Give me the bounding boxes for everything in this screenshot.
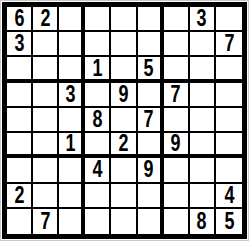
cell-r8c2[interactable]: [33, 184, 59, 209]
cell-r4c4[interactable]: [85, 83, 111, 108]
cell-r2c8[interactable]: [190, 32, 216, 57]
given-digit: 1: [92, 57, 102, 79]
cell-r9c2[interactable]: 7: [33, 209, 59, 234]
cell-r7c2[interactable]: [33, 158, 59, 183]
given-digit: 7: [171, 83, 181, 106]
given-digit: 8: [197, 210, 207, 233]
cell-r2c3[interactable]: [59, 32, 85, 57]
cell-r8c5[interactable]: [111, 184, 137, 209]
cell-r9c8[interactable]: 8: [190, 209, 216, 234]
given-digit: 5: [224, 210, 234, 233]
given-digit: 1: [65, 133, 75, 155]
cell-r6c3[interactable]: 1: [59, 133, 85, 158]
cell-r3c4[interactable]: 1: [85, 57, 111, 82]
given-digit: 8: [92, 108, 102, 131]
cell-r5c9[interactable]: [216, 108, 242, 133]
cell-r3c2[interactable]: [33, 57, 59, 82]
cell-r2c7[interactable]: [164, 32, 190, 57]
cell-r1c9[interactable]: [216, 7, 242, 32]
cell-r1c4[interactable]: [85, 7, 111, 32]
cell-r9c9[interactable]: 5: [216, 209, 242, 234]
cell-r8c3[interactable]: [59, 184, 85, 209]
cell-r4c1[interactable]: [7, 83, 33, 108]
cell-r7c8[interactable]: [190, 158, 216, 183]
cell-r8c8[interactable]: [190, 184, 216, 209]
given-digit: 3: [65, 83, 75, 106]
given-digit: 5: [144, 57, 154, 79]
cell-r3c1[interactable]: [7, 57, 33, 82]
cell-r8c6[interactable]: [138, 184, 164, 209]
given-digit: 3: [14, 32, 24, 55]
cell-r6c2[interactable]: [33, 133, 59, 158]
cell-r9c4[interactable]: [85, 209, 111, 234]
cell-r5c2[interactable]: [33, 108, 59, 133]
cell-r9c7[interactable]: [164, 209, 190, 234]
cell-r4c6[interactable]: [138, 83, 164, 108]
cell-r3c6[interactable]: 5: [138, 57, 164, 82]
cell-r2c6[interactable]: [138, 32, 164, 57]
sudoku-board: 6233715397871294924785: [2, 2, 247, 239]
given-digit: 6: [14, 7, 24, 30]
cell-r2c2[interactable]: [33, 32, 59, 57]
cell-r5c6[interactable]: 7: [138, 108, 164, 133]
cell-r3c9[interactable]: [216, 57, 242, 82]
cell-r9c6[interactable]: [138, 209, 164, 234]
cell-r5c7[interactable]: [164, 108, 190, 133]
cell-r6c4[interactable]: [85, 133, 111, 158]
cell-r1c1[interactable]: 6: [7, 7, 33, 32]
cell-r9c3[interactable]: [59, 209, 85, 234]
sudoku-screenshot: 6233715397871294924785: [0, 0, 249, 241]
cell-r1c7[interactable]: [164, 7, 190, 32]
cell-r1c2[interactable]: 2: [33, 7, 59, 32]
cell-r2c9[interactable]: 7: [216, 32, 242, 57]
cell-r5c8[interactable]: [190, 108, 216, 133]
cell-r6c9[interactable]: [216, 133, 242, 158]
cell-r6c1[interactable]: [7, 133, 33, 158]
given-digit: 9: [171, 133, 181, 155]
cell-r7c9[interactable]: [216, 158, 242, 183]
cell-r5c1[interactable]: [7, 108, 33, 133]
cell-r4c2[interactable]: [33, 83, 59, 108]
cell-r2c5[interactable]: [111, 32, 137, 57]
given-digit: 7: [144, 108, 154, 131]
cell-r6c8[interactable]: [190, 133, 216, 158]
cell-r1c3[interactable]: [59, 7, 85, 32]
given-digit: 2: [119, 133, 129, 155]
cell-r4c5[interactable]: 9: [111, 83, 137, 108]
cell-r3c5[interactable]: [111, 57, 137, 82]
cell-r8c9[interactable]: 4: [216, 184, 242, 209]
cell-r7c6[interactable]: 9: [138, 158, 164, 183]
cell-r5c5[interactable]: [111, 108, 137, 133]
cell-r2c4[interactable]: [85, 32, 111, 57]
given-digit: 3: [197, 7, 207, 30]
cell-r7c5[interactable]: [111, 158, 137, 183]
cell-r1c6[interactable]: [138, 7, 164, 32]
cell-r3c7[interactable]: [164, 57, 190, 82]
cell-r9c5[interactable]: [111, 209, 137, 234]
cell-r8c1[interactable]: 2: [7, 184, 33, 209]
cell-r6c6[interactable]: [138, 133, 164, 158]
cell-r3c8[interactable]: [190, 57, 216, 82]
cell-r4c3[interactable]: 3: [59, 83, 85, 108]
cell-r6c5[interactable]: 2: [111, 133, 137, 158]
given-digit: 7: [224, 32, 234, 55]
given-digit: 2: [14, 184, 24, 207]
given-digit: 2: [40, 7, 50, 30]
cell-r4c7[interactable]: 7: [164, 83, 190, 108]
given-digit: 4: [92, 158, 102, 181]
cell-r5c3[interactable]: [59, 108, 85, 133]
given-digit: 7: [40, 210, 50, 233]
cell-r3c3[interactable]: [59, 57, 85, 82]
cell-r2c1[interactable]: 3: [7, 32, 33, 57]
given-digit: 9: [119, 83, 129, 106]
cell-r5c4[interactable]: 8: [85, 108, 111, 133]
cell-r8c4[interactable]: [85, 184, 111, 209]
cell-r7c7[interactable]: [164, 158, 190, 183]
cell-r6c7[interactable]: 9: [164, 133, 190, 158]
given-digit: 4: [224, 184, 234, 207]
cell-r9c1[interactable]: [7, 209, 33, 234]
cell-r7c3[interactable]: [59, 158, 85, 183]
cell-r7c4[interactable]: 4: [85, 158, 111, 183]
cell-r1c8[interactable]: 3: [190, 7, 216, 32]
cell-r1c5[interactable]: [111, 7, 137, 32]
given-digit: 9: [144, 158, 154, 181]
cell-r4c9[interactable]: [216, 83, 242, 108]
cell-r7c1[interactable]: [7, 158, 33, 183]
cell-r4c8[interactable]: [190, 83, 216, 108]
cell-r8c7[interactable]: [164, 184, 190, 209]
